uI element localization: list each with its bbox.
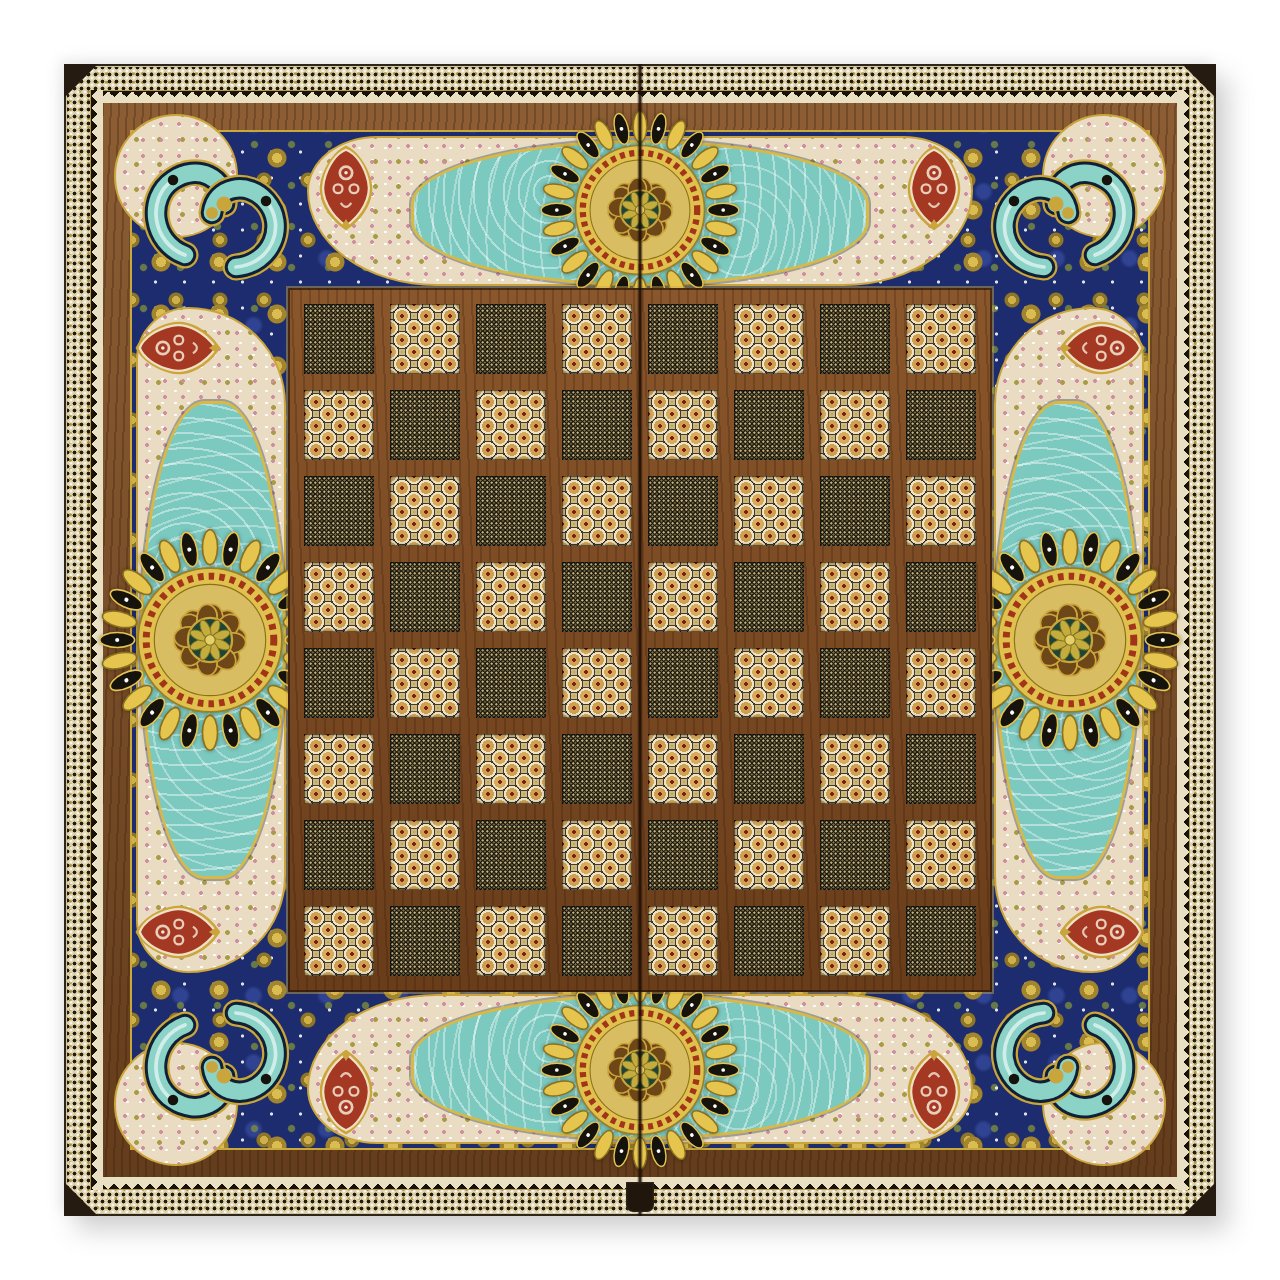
square-r3c6[interactable] xyxy=(734,476,804,546)
square-r6c1[interactable] xyxy=(304,734,374,804)
square-r3c8[interactable] xyxy=(906,476,976,546)
palmette-motif-left-upper xyxy=(134,317,220,379)
square-r1c6[interactable] xyxy=(734,304,804,374)
square-r1c2[interactable] xyxy=(390,304,460,374)
square-r7c7[interactable] xyxy=(820,820,890,890)
clasp-latch xyxy=(626,1182,654,1212)
square-r1c4[interactable] xyxy=(562,304,632,374)
square-r7c6[interactable] xyxy=(734,820,804,890)
arabesque-knot-icon xyxy=(990,138,1140,288)
palmette-icon xyxy=(134,317,220,379)
square-r4c1[interactable] xyxy=(304,562,374,632)
khatam-board-photo xyxy=(64,64,1216,1216)
square-r6c8[interactable] xyxy=(906,734,976,804)
palmette-motif-top-right xyxy=(903,144,965,230)
square-r6c5[interactable] xyxy=(648,734,718,804)
square-r7c1[interactable] xyxy=(304,820,374,890)
square-r2c5[interactable] xyxy=(648,390,718,460)
palmette-icon xyxy=(315,1050,377,1136)
square-r6c6[interactable] xyxy=(734,734,804,804)
square-r1c8[interactable] xyxy=(906,304,976,374)
product-photo-background xyxy=(0,0,1280,1280)
square-r2c1[interactable] xyxy=(304,390,374,460)
square-r5c2[interactable] xyxy=(390,648,460,718)
square-r5c1[interactable] xyxy=(304,648,374,718)
square-r8c2[interactable] xyxy=(390,906,460,976)
square-r3c7[interactable] xyxy=(820,476,890,546)
square-r3c3[interactable] xyxy=(476,476,546,546)
corner-knot-motif-bottom-right xyxy=(990,992,1140,1142)
square-r8c1[interactable] xyxy=(304,906,374,976)
square-r8c4[interactable] xyxy=(562,906,632,976)
palmette-motif-left-lower xyxy=(134,901,220,963)
palmette-icon xyxy=(315,144,377,230)
square-r8c7[interactable] xyxy=(820,906,890,976)
square-r2c3[interactable] xyxy=(476,390,546,460)
palmette-icon xyxy=(1060,901,1146,963)
palmette-motif-bottom-right xyxy=(903,1050,965,1136)
square-r8c3[interactable] xyxy=(476,906,546,976)
square-r4c5[interactable] xyxy=(648,562,718,632)
square-r7c4[interactable] xyxy=(562,820,632,890)
arabesque-knot-icon xyxy=(990,992,1140,1142)
square-r4c2[interactable] xyxy=(390,562,460,632)
square-r6c3[interactable] xyxy=(476,734,546,804)
palmette-icon xyxy=(903,144,965,230)
square-r5c3[interactable] xyxy=(476,648,546,718)
square-r2c6[interactable] xyxy=(734,390,804,460)
square-r5c7[interactable] xyxy=(820,648,890,718)
square-r3c5[interactable] xyxy=(648,476,718,546)
square-r3c2[interactable] xyxy=(390,476,460,546)
palmette-motif-bottom-left xyxy=(315,1050,377,1136)
corner-knot-motif-bottom-left xyxy=(140,992,290,1142)
square-r5c8[interactable] xyxy=(906,648,976,718)
square-r8c6[interactable] xyxy=(734,906,804,976)
square-r1c3[interactable] xyxy=(476,304,546,374)
folding-seam xyxy=(637,64,643,1216)
square-r5c6[interactable] xyxy=(734,648,804,718)
arabesque-knot-icon xyxy=(140,992,290,1142)
corner-knot-motif-top-right xyxy=(990,138,1140,288)
square-r4c4[interactable] xyxy=(562,562,632,632)
square-r7c3[interactable] xyxy=(476,820,546,890)
square-r8c8[interactable] xyxy=(906,906,976,976)
square-r1c7[interactable] xyxy=(820,304,890,374)
square-r5c4[interactable] xyxy=(562,648,632,718)
square-r3c1[interactable] xyxy=(304,476,374,546)
square-r6c4[interactable] xyxy=(562,734,632,804)
square-r7c2[interactable] xyxy=(390,820,460,890)
square-r8c5[interactable] xyxy=(648,906,718,976)
arabesque-knot-icon xyxy=(140,138,290,288)
square-r1c5[interactable] xyxy=(648,304,718,374)
square-r4c6[interactable] xyxy=(734,562,804,632)
square-r3c4[interactable] xyxy=(562,476,632,546)
square-r7c5[interactable] xyxy=(648,820,718,890)
palmette-icon xyxy=(903,1050,965,1136)
square-r6c2[interactable] xyxy=(390,734,460,804)
square-r2c8[interactable] xyxy=(906,390,976,460)
corner-knot-motif-top-left xyxy=(140,138,290,288)
palmette-motif-right-upper xyxy=(1060,317,1146,379)
square-r6c7[interactable] xyxy=(820,734,890,804)
square-r1c1[interactable] xyxy=(304,304,374,374)
square-r7c8[interactable] xyxy=(906,820,976,890)
palmette-icon xyxy=(1060,317,1146,379)
square-r2c7[interactable] xyxy=(820,390,890,460)
square-r4c3[interactable] xyxy=(476,562,546,632)
palmette-motif-top-left xyxy=(315,144,377,230)
square-r4c8[interactable] xyxy=(906,562,976,632)
square-r2c4[interactable] xyxy=(562,390,632,460)
square-r4c7[interactable] xyxy=(820,562,890,632)
palmette-icon xyxy=(134,901,220,963)
square-r2c2[interactable] xyxy=(390,390,460,460)
square-r5c5[interactable] xyxy=(648,648,718,718)
palmette-motif-right-lower xyxy=(1060,901,1146,963)
